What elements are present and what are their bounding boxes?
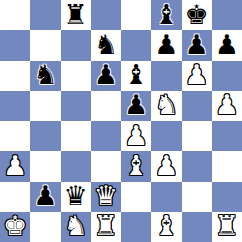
square-a4[interactable] — [0, 121, 30, 151]
square-g1[interactable] — [182, 212, 212, 242]
square-a3[interactable]: ♟ — [0, 151, 30, 181]
square-a1[interactable]: ♚ — [0, 212, 30, 242]
square-e2[interactable] — [121, 182, 151, 212]
square-g2[interactable] — [182, 182, 212, 212]
square-f3[interactable]: ♟ — [151, 151, 181, 181]
square-c3[interactable] — [61, 151, 91, 181]
square-a7[interactable] — [0, 30, 30, 60]
black-pawn-icon[interactable]: ♟ — [124, 91, 148, 118]
square-g5[interactable] — [182, 91, 212, 121]
square-c5[interactable] — [61, 91, 91, 121]
square-e6[interactable]: ♝ — [121, 61, 151, 91]
square-c1[interactable]: ♞ — [61, 212, 91, 242]
square-f2[interactable] — [151, 182, 181, 212]
square-c8[interactable]: ♜ — [61, 0, 91, 30]
square-f5[interactable]: ♞ — [151, 91, 181, 121]
square-g8[interactable]: ♚ — [182, 0, 212, 30]
black-pawn-icon[interactable]: ♟ — [154, 31, 178, 58]
square-d5[interactable] — [91, 91, 121, 121]
square-d2[interactable]: ♛ — [91, 182, 121, 212]
square-h4[interactable] — [212, 121, 242, 151]
square-g7[interactable]: ♟ — [182, 30, 212, 60]
square-b6[interactable]: ♞ — [30, 61, 60, 91]
white-pawn-icon[interactable]: ♟ — [215, 91, 239, 118]
square-b5[interactable] — [30, 91, 60, 121]
square-h6[interactable] — [212, 61, 242, 91]
square-c6[interactable] — [61, 61, 91, 91]
white-queen-icon[interactable]: ♛ — [94, 182, 118, 209]
black-bishop-icon[interactable]: ♝ — [154, 1, 178, 28]
square-f1[interactable]: ♝ — [151, 212, 181, 242]
white-rook-icon[interactable]: ♜ — [215, 212, 239, 239]
square-f6[interactable] — [151, 61, 181, 91]
white-pawn-icon[interactable]: ♟ — [185, 61, 209, 88]
square-g4[interactable] — [182, 121, 212, 151]
black-rook-icon[interactable]: ♜ — [64, 1, 88, 28]
square-b1[interactable] — [30, 212, 60, 242]
square-g6[interactable]: ♟ — [182, 61, 212, 91]
square-c2[interactable]: ♛ — [61, 182, 91, 212]
square-g3[interactable] — [182, 151, 212, 181]
black-knight-icon[interactable]: ♞ — [33, 61, 57, 88]
square-b8[interactable] — [30, 0, 60, 30]
white-bishop-icon[interactable]: ♝ — [154, 212, 178, 239]
white-pawn-icon[interactable]: ♟ — [154, 152, 178, 179]
black-pawn-icon[interactable]: ♟ — [33, 182, 57, 209]
white-rook-icon[interactable]: ♜ — [94, 212, 118, 239]
square-b3[interactable] — [30, 151, 60, 181]
chess-board: ♜♝♚♞♟♟♟♞♟♝♟♟♞♟♟♟♝♟♟♛♛♚♞♜♝♜ — [0, 0, 242, 242]
square-e7[interactable] — [121, 30, 151, 60]
white-knight-icon[interactable]: ♞ — [64, 212, 88, 239]
square-h2[interactable] — [212, 182, 242, 212]
white-knight-icon[interactable]: ♞ — [154, 91, 178, 118]
square-d1[interactable]: ♜ — [91, 212, 121, 242]
square-e8[interactable] — [121, 0, 151, 30]
white-bishop-icon[interactable]: ♝ — [124, 152, 148, 179]
square-a6[interactable] — [0, 61, 30, 91]
square-d7[interactable]: ♞ — [91, 30, 121, 60]
square-a5[interactable] — [0, 91, 30, 121]
square-e4[interactable]: ♟ — [121, 121, 151, 151]
square-d3[interactable] — [91, 151, 121, 181]
square-e5[interactable]: ♟ — [121, 91, 151, 121]
white-pawn-icon[interactable]: ♟ — [124, 122, 148, 149]
white-pawn-icon[interactable]: ♟ — [3, 152, 27, 179]
white-king-icon[interactable]: ♚ — [3, 212, 27, 239]
square-h5[interactable]: ♟ — [212, 91, 242, 121]
square-h3[interactable] — [212, 151, 242, 181]
square-b7[interactable] — [30, 30, 60, 60]
black-bishop-icon[interactable]: ♝ — [124, 61, 148, 88]
square-c4[interactable] — [61, 121, 91, 151]
black-pawn-icon[interactable]: ♟ — [215, 31, 239, 58]
black-king-icon[interactable]: ♚ — [185, 1, 209, 28]
square-f7[interactable]: ♟ — [151, 30, 181, 60]
square-d4[interactable] — [91, 121, 121, 151]
square-d8[interactable] — [91, 0, 121, 30]
square-h8[interactable] — [212, 0, 242, 30]
square-d6[interactable]: ♟ — [91, 61, 121, 91]
square-h1[interactable]: ♜ — [212, 212, 242, 242]
square-f8[interactable]: ♝ — [151, 0, 181, 30]
square-f4[interactable] — [151, 121, 181, 151]
square-c7[interactable] — [61, 30, 91, 60]
black-pawn-icon[interactable]: ♟ — [94, 61, 118, 88]
black-knight-icon[interactable]: ♞ — [94, 31, 118, 58]
square-a2[interactable] — [0, 182, 30, 212]
square-a8[interactable] — [0, 0, 30, 30]
square-h7[interactable]: ♟ — [212, 30, 242, 60]
square-e1[interactable] — [121, 212, 151, 242]
black-pawn-icon[interactable]: ♟ — [185, 31, 209, 58]
square-e3[interactable]: ♝ — [121, 151, 151, 181]
square-b2[interactable]: ♟ — [30, 182, 60, 212]
black-queen-icon[interactable]: ♛ — [64, 182, 88, 209]
square-b4[interactable] — [30, 121, 60, 151]
